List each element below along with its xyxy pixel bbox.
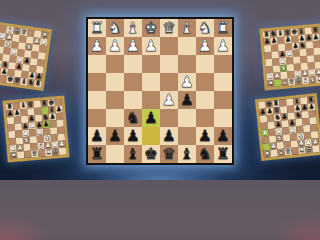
square[interactable] [88, 91, 106, 109]
square[interactable] [160, 37, 178, 55]
square [312, 145, 320, 153]
white-knight-piece: ♞ [196, 19, 214, 37]
square[interactable] [160, 55, 178, 73]
square: ♜ [316, 75, 320, 83]
square[interactable] [124, 55, 142, 73]
square[interactable]: ♝ [124, 19, 142, 37]
black-queen-piece: ♛ [160, 145, 178, 163]
corner-board-top-left: ♜♝♚♛♜♟♟♟♟♟♞♞♟♟♟♟♞♟♟♝♟♟♟♜♚♛♝♞♜ [0, 21, 52, 91]
white-pawn-piece: ♟ [88, 37, 106, 55]
white-bishop-piece: ♝ [124, 19, 142, 37]
black-pawn-piece: ♟ [124, 127, 142, 145]
square[interactable]: ♟ [160, 91, 178, 109]
square[interactable]: ♟ [124, 127, 142, 145]
black-knight-piece: ♞ [124, 109, 142, 127]
square[interactable] [88, 55, 106, 73]
black-bishop-piece: ♝ [178, 145, 196, 163]
square[interactable] [178, 37, 196, 55]
square[interactable]: ♟ [106, 127, 124, 145]
square[interactable] [214, 55, 232, 73]
square [59, 147, 67, 155]
square[interactable] [214, 91, 232, 109]
square[interactable]: ♝ [124, 145, 142, 163]
square[interactable]: ♚ [142, 19, 160, 37]
white-king-piece: ♚ [142, 19, 160, 37]
black-bishop-piece: ♝ [124, 145, 142, 163]
square[interactable] [160, 73, 178, 91]
square[interactable] [106, 109, 124, 127]
square[interactable]: ♜ [214, 145, 232, 163]
square[interactable]: ♟ [178, 73, 196, 91]
square[interactable] [196, 55, 214, 73]
square[interactable]: ♟ [214, 127, 232, 145]
white-rook-piece: ♜ [88, 19, 106, 37]
square[interactable]: ♞ [124, 109, 142, 127]
square[interactable]: ♟ [88, 37, 106, 55]
square[interactable]: ♜ [88, 19, 106, 37]
white-pawn-piece: ♟ [178, 73, 196, 91]
square[interactable] [142, 55, 160, 73]
square[interactable]: ♞ [196, 145, 214, 163]
corner-board-bottom-left: ♜♝♛♜♚♟♟♝♟♟♞♟♟♟♟♟♟♟♞♞♟♟♝♟♟♟♜♛♜♚ [2, 95, 69, 162]
white-rook-piece: ♜ [316, 75, 320, 83]
black-pawn-piece: ♟ [196, 127, 214, 145]
white-pawn-piece: ♟ [124, 37, 142, 55]
square[interactable]: ♟ [106, 37, 124, 55]
square[interactable] [142, 73, 160, 91]
square[interactable]: ♜ [88, 145, 106, 163]
black-pawn-piece: ♟ [178, 91, 196, 109]
square[interactable]: ♞ [196, 19, 214, 37]
white-queen-piece: ♛ [160, 19, 178, 37]
black-king-piece: ♚ [142, 145, 160, 163]
square[interactable]: ♟ [124, 37, 142, 55]
square[interactable] [142, 127, 160, 145]
white-pawn-piece: ♟ [196, 37, 214, 55]
square[interactable]: ♛ [160, 145, 178, 163]
square[interactable] [178, 55, 196, 73]
square[interactable] [106, 73, 124, 91]
black-pawn-piece: ♟ [88, 127, 106, 145]
square[interactable] [214, 109, 232, 127]
square[interactable]: ♟ [160, 127, 178, 145]
white-pawn-piece: ♟ [142, 37, 160, 55]
square[interactable]: ♛ [160, 19, 178, 37]
black-pawn-piece: ♟ [160, 127, 178, 145]
square[interactable] [196, 109, 214, 127]
square[interactable]: ♟ [196, 127, 214, 145]
square[interactable]: ♞ [106, 19, 124, 37]
black-rook-piece: ♜ [34, 80, 42, 88]
square[interactable]: ♟ [196, 37, 214, 55]
white-pawn-piece: ♟ [214, 37, 232, 55]
square[interactable] [178, 127, 196, 145]
square[interactable]: ♟ [178, 91, 196, 109]
black-pawn-piece: ♟ [142, 109, 160, 127]
square[interactable] [124, 91, 142, 109]
square[interactable] [196, 73, 214, 91]
square[interactable] [196, 91, 214, 109]
white-pawn-piece: ♟ [106, 37, 124, 55]
thumbnail-scene: { "game": "chess", "scene": "chess-openi… [0, 0, 320, 180]
square[interactable] [124, 73, 142, 91]
square[interactable]: ♟ [142, 109, 160, 127]
white-rook-piece: ♜ [214, 19, 232, 37]
white-bishop-piece: ♝ [178, 19, 196, 37]
square[interactable] [106, 91, 124, 109]
corner-board-bottom-right: ♚♜♝♜♟♟♛♟♟♟♞♟♞♟♟♟♟♟♞♞♟♟♟♟♜♝♛♜♚ [255, 93, 320, 161]
main-chess-board[interactable]: ♜♞♝♚♛♝♞♜♟♟♟♟♟♟♟♟♟♞♟♟♟♟♟♟♟♜♝♚♛♝♞♜ [86, 17, 234, 165]
square[interactable]: ♜ [214, 19, 232, 37]
corner-board-top-right: ♜♞♝♛♚♝♜♟♟♟♟♟♟♟♞♟♟♟♞♟♟♟♟♟♟♜♝♛♚♝♞♜ [259, 23, 320, 90]
white-pawn-piece: ♟ [160, 91, 178, 109]
square[interactable] [106, 55, 124, 73]
square[interactable] [178, 109, 196, 127]
square[interactable]: ♟ [142, 37, 160, 55]
square[interactable]: ♝ [178, 145, 196, 163]
square[interactable] [142, 91, 160, 109]
square[interactable] [106, 145, 124, 163]
square[interactable] [214, 73, 232, 91]
black-pawn-piece: ♟ [106, 127, 124, 145]
square: ♜ [34, 80, 42, 88]
black-rook-piece: ♜ [88, 145, 106, 163]
square[interactable]: ♟ [88, 127, 106, 145]
white-knight-piece: ♞ [106, 19, 124, 37]
black-knight-piece: ♞ [196, 145, 214, 163]
black-rook-piece: ♜ [214, 145, 232, 163]
square[interactable]: ♟ [214, 37, 232, 55]
square[interactable]: ♚ [142, 145, 160, 163]
square[interactable] [88, 109, 106, 127]
square[interactable] [88, 73, 106, 91]
black-pawn-piece: ♟ [214, 127, 232, 145]
square[interactable] [160, 109, 178, 127]
square[interactable]: ♝ [178, 19, 196, 37]
